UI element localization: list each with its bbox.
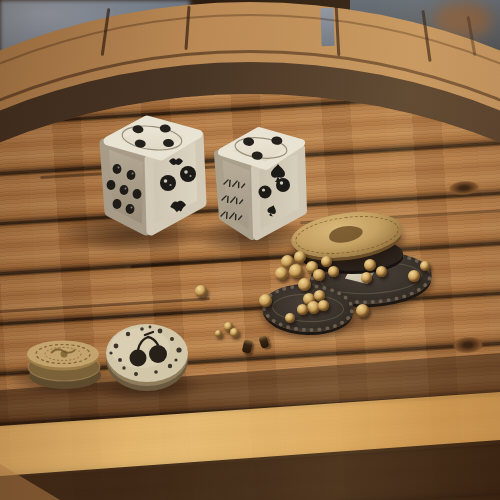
- gold-bead[interactable]: [328, 266, 339, 277]
- gold-bead[interactable]: [285, 313, 295, 323]
- die-2[interactable]: [206, 120, 306, 242]
- gold-bead[interactable]: [215, 330, 222, 337]
- gold-bead[interactable]: [195, 285, 207, 297]
- gold-bead[interactable]: [294, 251, 306, 263]
- coin-stack[interactable]: [26, 326, 108, 394]
- scene-background: [0, 0, 500, 500]
- gold-bead[interactable]: [259, 294, 272, 307]
- gold-bead[interactable]: [408, 270, 420, 282]
- gold-bead[interactable]: [318, 300, 329, 311]
- metal-nugget[interactable]: [258, 335, 269, 349]
- gold-bead[interactable]: [376, 266, 387, 277]
- gold-bead[interactable]: [321, 256, 332, 267]
- gold-bead[interactable]: [361, 272, 372, 283]
- gold-bead[interactable]: [289, 264, 303, 278]
- gold-bead[interactable]: [364, 259, 376, 271]
- metal-nugget[interactable]: [241, 339, 253, 354]
- gold-bead[interactable]: [230, 328, 239, 337]
- gold-bead[interactable]: [297, 304, 308, 315]
- gold-bead[interactable]: [298, 278, 311, 291]
- gold-bead[interactable]: [313, 269, 325, 281]
- die2-left-face: [218, 154, 254, 236]
- gold-bead[interactable]: [314, 290, 325, 301]
- die-1[interactable]: [88, 112, 208, 244]
- bone-token[interactable]: [102, 320, 192, 396]
- gold-bead[interactable]: [356, 304, 369, 317]
- gold-bead[interactable]: [420, 261, 430, 271]
- gold-bead[interactable]: [275, 267, 288, 280]
- beads-layer: [0, 0, 500, 500]
